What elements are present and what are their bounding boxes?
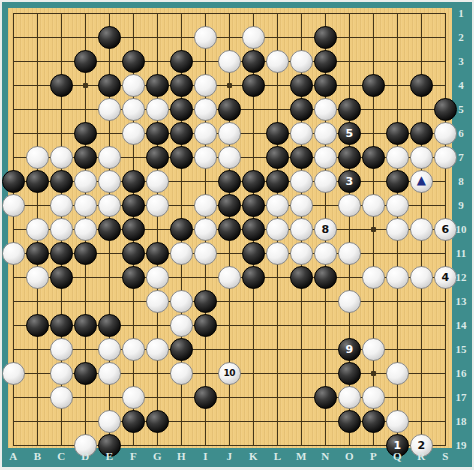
stone-black[interactable]: [98, 218, 121, 241]
stone-white[interactable]: [194, 218, 217, 241]
stone-white[interactable]: [362, 266, 385, 289]
column-label: S: [435, 450, 455, 462]
stone-white[interactable]: [290, 170, 313, 193]
stone-black[interactable]: [194, 290, 217, 313]
stone-white[interactable]: [50, 338, 73, 361]
stone-black[interactable]: [146, 74, 169, 97]
stone-white[interactable]: [338, 386, 361, 409]
stone-white[interactable]: [146, 170, 169, 193]
stone-white[interactable]: [98, 194, 121, 217]
stone-black[interactable]: [2, 170, 25, 193]
stone-white[interactable]: [314, 170, 337, 193]
stone-black[interactable]: [338, 362, 361, 385]
stone-black[interactable]: [338, 98, 361, 121]
stone-black[interactable]: [290, 74, 313, 97]
stone-white[interactable]: [146, 194, 169, 217]
stone-white[interactable]: [218, 146, 241, 169]
column-label: E: [99, 450, 119, 462]
stone-black[interactable]: [218, 218, 241, 241]
stone-white[interactable]: [266, 242, 289, 265]
column-label: R: [411, 450, 431, 462]
column-label: C: [51, 450, 71, 462]
move-number-label: 9: [345, 344, 353, 355]
stone-black[interactable]: [122, 194, 145, 217]
stone-white[interactable]: [170, 362, 193, 385]
stone-black[interactable]: [290, 146, 313, 169]
column-label: H: [171, 450, 191, 462]
stone-black[interactable]: [218, 98, 241, 121]
stone-black[interactable]: [242, 266, 265, 289]
stone-white[interactable]: [146, 266, 169, 289]
stone-white[interactable]: [410, 218, 433, 241]
stone-white[interactable]: [194, 98, 217, 121]
stone-black[interactable]: [338, 410, 361, 433]
stone-white[interactable]: [218, 122, 241, 145]
row-label: 4: [450, 79, 472, 91]
stone-black[interactable]: [338, 146, 361, 169]
stone-black[interactable]: 3: [338, 170, 361, 193]
stone-white[interactable]: [146, 338, 169, 361]
stone-white[interactable]: [98, 170, 121, 193]
column-label: F: [123, 450, 143, 462]
column-label: L: [267, 450, 287, 462]
column-label: A: [3, 450, 23, 462]
stone-white[interactable]: [50, 218, 73, 241]
stone-black[interactable]: [242, 74, 265, 97]
stone-black[interactable]: [50, 170, 73, 193]
stone-white[interactable]: [74, 170, 97, 193]
stone-white[interactable]: [122, 98, 145, 121]
column-label: J: [219, 450, 239, 462]
stone-black[interactable]: [410, 122, 433, 145]
stone-black[interactable]: [122, 170, 145, 193]
stone-white[interactable]: [122, 386, 145, 409]
move-number-label: 8: [321, 224, 329, 235]
stone-white[interactable]: [50, 386, 73, 409]
stone-black[interactable]: [194, 314, 217, 337]
stone-black[interactable]: [266, 146, 289, 169]
stone-black[interactable]: [314, 74, 337, 97]
column-label: D: [75, 450, 95, 462]
move-number-label: 5: [345, 128, 353, 139]
row-label: 16: [450, 367, 472, 379]
stone-white[interactable]: [290, 194, 313, 217]
stone-black[interactable]: [98, 26, 121, 49]
column-label: B: [27, 450, 47, 462]
row-label: 9: [450, 199, 472, 211]
stone-white[interactable]: [314, 146, 337, 169]
stone-white[interactable]: [98, 362, 121, 385]
stone-white[interactable]: 8: [314, 218, 337, 241]
stone-white[interactable]: [386, 194, 409, 217]
stone-white[interactable]: [26, 266, 49, 289]
stone-black[interactable]: [146, 410, 169, 433]
stone-white[interactable]: ▲: [410, 170, 433, 193]
row-label: 17: [450, 391, 472, 403]
stone-black[interactable]: [50, 74, 73, 97]
stone-black[interactable]: [170, 146, 193, 169]
row-label: 8: [450, 175, 472, 187]
stone-white[interactable]: [314, 122, 337, 145]
stone-black[interactable]: [74, 50, 97, 73]
stone-white[interactable]: [170, 290, 193, 313]
stone-white[interactable]: 10: [218, 362, 241, 385]
stone-black[interactable]: [242, 170, 265, 193]
stone-black[interactable]: [362, 410, 385, 433]
stone-white[interactable]: [362, 194, 385, 217]
stone-white[interactable]: [338, 290, 361, 313]
stone-white[interactable]: [290, 218, 313, 241]
stone-white[interactable]: [194, 146, 217, 169]
stone-white[interactable]: [266, 50, 289, 73]
stone-white[interactable]: [74, 194, 97, 217]
row-label: 12: [450, 271, 472, 283]
stone-white[interactable]: [194, 242, 217, 265]
row-label: 2: [450, 31, 472, 43]
stone-black[interactable]: [362, 146, 385, 169]
stone-black[interactable]: [314, 386, 337, 409]
stone-black[interactable]: [242, 50, 265, 73]
row-label: 11: [450, 247, 472, 259]
stone-white[interactable]: [98, 338, 121, 361]
stone-black[interactable]: [218, 170, 241, 193]
stone-white[interactable]: [242, 26, 265, 49]
stone-black[interactable]: [146, 242, 169, 265]
stone-black[interactable]: [98, 314, 121, 337]
column-label: O: [339, 450, 359, 462]
column-label: G: [147, 450, 167, 462]
stone-white[interactable]: [362, 338, 385, 361]
stone-white[interactable]: [122, 74, 145, 97]
stone-white[interactable]: [2, 194, 25, 217]
stone-white[interactable]: [50, 362, 73, 385]
column-label: M: [291, 450, 311, 462]
stone-black[interactable]: [122, 242, 145, 265]
stone-black[interactable]: [170, 338, 193, 361]
grid-line-horizontal: [13, 301, 446, 302]
column-label: N: [315, 450, 335, 462]
stone-black[interactable]: [50, 314, 73, 337]
stone-black[interactable]: [146, 146, 169, 169]
stone-white[interactable]: [2, 242, 25, 265]
stone-white[interactable]: [146, 290, 169, 313]
stone-black[interactable]: [410, 74, 433, 97]
move-number-label: 4: [441, 272, 449, 283]
row-label: 10: [450, 223, 472, 235]
row-label: 18: [450, 415, 472, 427]
stone-black[interactable]: [170, 98, 193, 121]
stone-black[interactable]: 5: [338, 122, 361, 145]
stone-black[interactable]: [74, 122, 97, 145]
go-board[interactable]: 53▲86491012: [8, 8, 452, 448]
stone-black[interactable]: [122, 266, 145, 289]
stone-black[interactable]: [74, 242, 97, 265]
stone-black[interactable]: [218, 194, 241, 217]
stone-white[interactable]: [290, 122, 313, 145]
stone-white[interactable]: [362, 386, 385, 409]
stone-black[interactable]: [266, 170, 289, 193]
stone-black[interactable]: [386, 122, 409, 145]
row-label: 1: [450, 7, 472, 19]
stone-black[interactable]: [290, 98, 313, 121]
stone-white[interactable]: [194, 26, 217, 49]
stone-black[interactable]: [122, 218, 145, 241]
stone-white[interactable]: [218, 50, 241, 73]
stone-black[interactable]: [26, 170, 49, 193]
stone-white[interactable]: [266, 194, 289, 217]
stone-black[interactable]: [386, 170, 409, 193]
star-point: [371, 371, 376, 376]
stone-white[interactable]: [290, 50, 313, 73]
stone-white[interactable]: [122, 122, 145, 145]
star-point: [227, 83, 232, 88]
row-label: 19: [450, 439, 472, 451]
stone-black[interactable]: [74, 146, 97, 169]
stone-black[interactable]: [170, 74, 193, 97]
column-label: K: [243, 450, 263, 462]
stone-white[interactable]: [314, 98, 337, 121]
stone-white[interactable]: [146, 98, 169, 121]
stone-black[interactable]: [98, 74, 121, 97]
stone-black[interactable]: [74, 362, 97, 385]
column-label: Q: [387, 450, 407, 462]
stone-white[interactable]: [266, 218, 289, 241]
stone-black[interactable]: [194, 386, 217, 409]
stone-white[interactable]: [26, 146, 49, 169]
stone-black[interactable]: [26, 314, 49, 337]
move-number-label: 10: [224, 369, 236, 378]
stone-white[interactable]: [410, 146, 433, 169]
stone-black[interactable]: [362, 74, 385, 97]
stone-white[interactable]: [290, 242, 313, 265]
stone-white[interactable]: [194, 74, 217, 97]
stone-white[interactable]: [338, 194, 361, 217]
stone-black[interactable]: 9: [338, 338, 361, 361]
stone-white[interactable]: [386, 362, 409, 385]
stone-black[interactable]: [122, 50, 145, 73]
stone-white[interactable]: [26, 218, 49, 241]
stone-black[interactable]: [26, 242, 49, 265]
stone-white[interactable]: [170, 242, 193, 265]
stone-white[interactable]: [98, 410, 121, 433]
stone-black[interactable]: [242, 218, 265, 241]
stone-black[interactable]: [170, 50, 193, 73]
stone-black[interactable]: [242, 194, 265, 217]
row-label: 13: [450, 295, 472, 307]
stone-white[interactable]: [170, 314, 193, 337]
stone-white[interactable]: [74, 218, 97, 241]
stone-white[interactable]: [98, 98, 121, 121]
stone-black[interactable]: [290, 266, 313, 289]
stone-black[interactable]: [266, 122, 289, 145]
stone-white[interactable]: [2, 362, 25, 385]
stone-white[interactable]: [314, 242, 337, 265]
row-label: 5: [450, 103, 472, 115]
move-number-label: 3: [345, 176, 353, 187]
stone-white[interactable]: [122, 338, 145, 361]
row-label: 6: [450, 127, 472, 139]
stone-white[interactable]: [194, 194, 217, 217]
stone-white[interactable]: [194, 122, 217, 145]
stone-black[interactable]: [74, 314, 97, 337]
row-label: 7: [450, 151, 472, 163]
stone-white[interactable]: [386, 410, 409, 433]
stone-white[interactable]: [410, 266, 433, 289]
stone-white[interactable]: [218, 266, 241, 289]
stone-black[interactable]: [242, 242, 265, 265]
stone-white[interactable]: [98, 146, 121, 169]
stone-black[interactable]: [122, 410, 145, 433]
stone-black[interactable]: [314, 26, 337, 49]
stone-black[interactable]: [314, 266, 337, 289]
stone-white[interactable]: [386, 218, 409, 241]
column-label: I: [195, 450, 215, 462]
move-number-label: 6: [441, 224, 449, 235]
triangle-mark: ▲: [417, 174, 426, 186]
stone-black[interactable]: [170, 218, 193, 241]
star-point: [371, 227, 376, 232]
row-label: 15: [450, 343, 472, 355]
star-point: [83, 83, 88, 88]
stone-white[interactable]: [338, 242, 361, 265]
stone-black[interactable]: [170, 122, 193, 145]
stone-black[interactable]: [50, 266, 73, 289]
stone-white[interactable]: [386, 266, 409, 289]
stone-black[interactable]: [146, 122, 169, 145]
stone-white[interactable]: [50, 194, 73, 217]
stone-black[interactable]: [50, 242, 73, 265]
go-diagram: 53▲86491012 ABCDEFGHIJKLMNOPQRS123456789…: [0, 0, 474, 470]
row-label: 14: [450, 319, 472, 331]
row-label: 3: [450, 55, 472, 67]
column-label: P: [363, 450, 383, 462]
stone-black[interactable]: [314, 50, 337, 73]
stone-white[interactable]: [386, 146, 409, 169]
stone-white[interactable]: [50, 146, 73, 169]
